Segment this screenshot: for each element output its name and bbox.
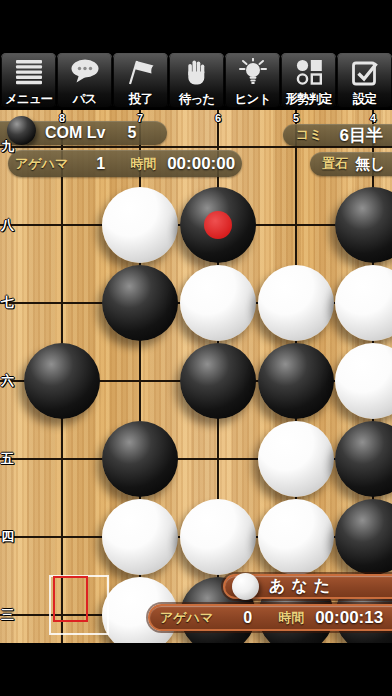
menu-icon: [12, 56, 46, 88]
grid-line-horizontal: [0, 146, 392, 148]
lightbulb-icon: [236, 56, 270, 88]
komi-label: コミ: [296, 126, 323, 144]
go-app-screen: メニュー パス 投了: [0, 0, 392, 696]
black-stone[interactable]: [335, 187, 392, 263]
resign-button-label: 投了: [129, 92, 152, 107]
white-stone[interactable]: [258, 499, 334, 575]
com-info-bar: COM Lv 5: [0, 121, 167, 145]
menu-button[interactable]: メニュー: [1, 53, 56, 108]
black-stone[interactable]: [335, 499, 392, 575]
black-stone[interactable]: [102, 265, 178, 341]
white-stone[interactable]: [258, 265, 334, 341]
com-level-value: 5: [127, 124, 136, 142]
bottom-black-band: [0, 643, 392, 696]
black-stone[interactable]: [180, 187, 256, 263]
black-stone[interactable]: [335, 421, 392, 497]
undo-button-label: 待った: [179, 92, 214, 107]
row-coordinate-label: 九: [1, 138, 14, 156]
judge-button-label: 形勢判定: [286, 92, 332, 107]
white-captures-bar: アゲハマ 0 時間 00:00:13: [148, 604, 392, 631]
black-stone[interactable]: [24, 343, 100, 419]
settings-button-label: 設定: [353, 92, 376, 107]
white-stone[interactable]: [335, 265, 392, 341]
last-move-marker: [204, 211, 232, 239]
column-coordinate-label: 4: [370, 112, 376, 124]
menu-button-label: メニュー: [5, 92, 52, 107]
player-bar: あなた: [223, 574, 392, 599]
black-stone[interactable]: [102, 421, 178, 497]
go-board[interactable]: COM Lv 5 アゲハマ 1 時間 00:00:00 コミ 6目半 置石 無し…: [0, 110, 392, 643]
com-label: COM Lv: [45, 124, 105, 142]
column-coordinate-label: 8: [59, 112, 65, 124]
black-stone[interactable]: [180, 343, 256, 419]
captures-value: 0: [243, 609, 252, 627]
speech-bubble-icon: [68, 56, 102, 88]
black-stone[interactable]: [258, 343, 334, 419]
shapes-icon: [292, 56, 326, 88]
judge-button[interactable]: 形勢判定: [281, 53, 336, 108]
time-label: 時間: [278, 609, 304, 627]
captures-label: アゲハマ: [15, 155, 68, 173]
flag-icon: [124, 56, 158, 88]
checkbox-icon: [348, 56, 382, 88]
time-label: 時間: [130, 155, 156, 173]
handicap-value: 無し: [355, 155, 385, 174]
row-coordinate-label: 六: [1, 372, 14, 390]
player-label: あなた: [269, 576, 336, 597]
handicap-label: 置石: [322, 155, 348, 173]
komi-value: 6目半: [340, 124, 383, 147]
handicap-bar: 置石 無し: [310, 152, 392, 176]
pass-button[interactable]: パス: [57, 53, 112, 108]
hint-button-label: ヒント: [235, 92, 270, 107]
undo-button[interactable]: 待った: [169, 53, 224, 108]
column-coordinate-label: 6: [215, 112, 221, 124]
row-coordinate-label: 三: [1, 606, 14, 624]
time-value: 00:00:13: [315, 608, 383, 628]
settings-button[interactable]: 設定: [337, 53, 392, 108]
resign-button[interactable]: 投了: [113, 53, 168, 108]
status-bar: [0, 0, 392, 52]
white-stone-icon: [232, 573, 259, 600]
black-captures-bar: アゲハマ 1 時間 00:00:00: [8, 150, 242, 177]
column-coordinate-label: 7: [137, 112, 143, 124]
white-stone[interactable]: [180, 265, 256, 341]
captures-value: 1: [96, 155, 105, 173]
row-coordinate-label: 五: [1, 450, 14, 468]
white-stone[interactable]: [258, 421, 334, 497]
white-stone[interactable]: [180, 499, 256, 575]
white-stone[interactable]: [102, 187, 178, 263]
row-coordinate-label: 七: [1, 294, 14, 312]
placement-cursor-target: [53, 576, 88, 622]
captures-label: アゲハマ: [160, 609, 213, 627]
hand-icon: [180, 56, 214, 88]
time-value: 00:00:00: [167, 154, 235, 174]
komi-bar: コミ 6目半: [283, 124, 392, 146]
row-coordinate-label: 四: [1, 528, 14, 546]
hint-button[interactable]: ヒント: [225, 53, 280, 108]
pass-button-label: パス: [73, 92, 97, 107]
white-stone[interactable]: [102, 499, 178, 575]
white-stone[interactable]: [335, 343, 392, 419]
column-coordinate-label: 5: [293, 112, 299, 124]
toolbar: メニュー パス 投了: [0, 52, 392, 110]
row-coordinate-label: 八: [1, 216, 14, 234]
